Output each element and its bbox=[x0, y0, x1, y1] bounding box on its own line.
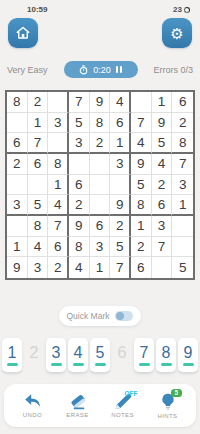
cell-r6c9[interactable]: 1 bbox=[172, 195, 193, 216]
cell-r6c6[interactable]: 9 bbox=[110, 195, 131, 216]
bottom-toolbar: UNDO ERASE OFF NOTES 5 bbox=[4, 384, 196, 427]
numpad-9[interactable]: 9 bbox=[178, 338, 198, 372]
cell-r9c5[interactable]: 1 bbox=[90, 257, 111, 278]
cell-r7c1[interactable] bbox=[7, 216, 28, 237]
quick-mark-switch-icon bbox=[115, 311, 133, 321]
cell-r3c8[interactable]: 5 bbox=[152, 133, 173, 154]
cell-r1c5[interactable]: 9 bbox=[90, 92, 111, 113]
numpad-underline bbox=[183, 363, 194, 366]
cell-r7c6[interactable]: 2 bbox=[110, 216, 131, 237]
numpad-digit: 6 bbox=[118, 345, 127, 361]
numpad-5[interactable]: 5 bbox=[90, 338, 110, 372]
erase-button[interactable]: ERASE bbox=[60, 393, 96, 418]
cell-r4c1[interactable]: 2 bbox=[7, 154, 28, 175]
cell-r6c4[interactable]: 2 bbox=[69, 195, 90, 216]
numpad-underline bbox=[161, 363, 172, 366]
cell-r4c7[interactable]: 9 bbox=[131, 154, 152, 175]
numpad-2: 2 bbox=[24, 338, 44, 372]
cell-r6c3[interactable]: 4 bbox=[48, 195, 69, 216]
cell-r5c9[interactable]: 3 bbox=[172, 175, 193, 196]
cell-r6c2[interactable]: 5 bbox=[28, 195, 49, 216]
cell-r7c3[interactable]: 7 bbox=[48, 216, 69, 237]
cell-r8c1[interactable]: 1 bbox=[7, 237, 28, 258]
cell-r8c2[interactable]: 4 bbox=[28, 237, 49, 258]
undo-icon bbox=[23, 393, 43, 410]
cell-r4c6[interactable]: 3 bbox=[110, 154, 131, 175]
cell-r1c4[interactable]: 7 bbox=[69, 92, 90, 113]
cell-r4c3[interactable]: 8 bbox=[48, 154, 69, 175]
cell-r1c1[interactable]: 8 bbox=[7, 92, 28, 113]
cell-r3c7[interactable]: 4 bbox=[131, 133, 152, 154]
cell-r7c9[interactable] bbox=[172, 216, 193, 237]
numpad-digit: 9 bbox=[184, 345, 193, 361]
numpad-3[interactable]: 3 bbox=[46, 338, 66, 372]
cell-r9c8[interactable] bbox=[152, 257, 173, 278]
numpad-underline bbox=[95, 363, 106, 366]
cell-r4c5[interactable] bbox=[90, 154, 111, 175]
home-icon bbox=[15, 25, 31, 41]
cell-r1c8[interactable]: 1 bbox=[152, 92, 173, 113]
stopwatch-icon bbox=[79, 65, 88, 75]
hints-label: HINTS bbox=[158, 413, 178, 419]
info-bar: Very Easy 0:20 Errors 0/3 bbox=[7, 61, 193, 78]
cell-r5c1[interactable] bbox=[7, 175, 28, 196]
cell-r3c6[interactable]: 1 bbox=[110, 133, 131, 154]
numpad-7[interactable]: 7 bbox=[134, 338, 154, 372]
cell-r2c7[interactable]: 7 bbox=[131, 113, 152, 134]
difficulty-label: Very Easy bbox=[7, 65, 48, 75]
cell-r7c2[interactable]: 8 bbox=[28, 216, 49, 237]
cell-r6c7[interactable]: 8 bbox=[131, 195, 152, 216]
numpad-digit: 8 bbox=[162, 345, 171, 361]
gear-icon: ⚙ bbox=[170, 26, 183, 41]
undo-label: UNDO bbox=[23, 412, 42, 418]
cell-r2c6[interactable]: 6 bbox=[110, 113, 131, 134]
cell-r7c4[interactable]: 9 bbox=[69, 216, 90, 237]
timer-pause-button[interactable]: 0:20 bbox=[64, 61, 138, 78]
hints-count-badge: 5 bbox=[171, 389, 182, 398]
status-circle-icon bbox=[184, 7, 190, 13]
cell-r1c9[interactable]: 6 bbox=[172, 92, 193, 113]
numpad-digit: 5 bbox=[96, 345, 105, 361]
settings-button[interactable]: ⚙ bbox=[162, 18, 192, 48]
cell-r3c2[interactable]: 7 bbox=[28, 133, 49, 154]
status-right-value: 23 bbox=[173, 5, 182, 14]
cell-r7c5[interactable]: 6 bbox=[90, 216, 111, 237]
cell-r5c8[interactable]: 2 bbox=[152, 175, 173, 196]
cell-r4c2[interactable]: 6 bbox=[28, 154, 49, 175]
pause-icon bbox=[116, 66, 122, 73]
cell-r2c1[interactable] bbox=[7, 113, 28, 134]
cell-r3c1[interactable]: 6 bbox=[7, 133, 28, 154]
cell-r9c2[interactable]: 3 bbox=[28, 257, 49, 278]
cell-r6c5[interactable] bbox=[90, 195, 111, 216]
quick-mark-label: Quick Mark bbox=[67, 311, 110, 321]
numpad-digit: 2 bbox=[30, 345, 39, 361]
number-pad: 123456789 bbox=[2, 338, 198, 372]
cell-r3c5[interactable]: 2 bbox=[90, 133, 111, 154]
cell-r6c8[interactable]: 6 bbox=[152, 195, 173, 216]
eraser-icon bbox=[68, 393, 88, 410]
cell-r3c3[interactable] bbox=[48, 133, 69, 154]
undo-button[interactable]: UNDO bbox=[15, 393, 51, 418]
numpad-digit: 1 bbox=[8, 345, 17, 361]
numpad-digit: 7 bbox=[140, 345, 149, 361]
cell-r8c7[interactable]: 2 bbox=[131, 237, 152, 258]
cell-r2c9[interactable]: 2 bbox=[172, 113, 193, 134]
errors-counter: Errors 0/3 bbox=[153, 65, 193, 75]
cell-r7c7[interactable]: 1 bbox=[131, 216, 152, 237]
cell-r2c5[interactable]: 8 bbox=[90, 113, 111, 134]
cell-r1c6[interactable]: 4 bbox=[110, 92, 131, 113]
timer-value: 0:20 bbox=[93, 65, 111, 75]
sudoku-board: 8279416135867926732145826839471652335429… bbox=[5, 90, 195, 280]
hints-button[interactable]: 5 HINTS bbox=[150, 393, 186, 419]
cell-r2c3[interactable]: 3 bbox=[48, 113, 69, 134]
cell-r3c9[interactable]: 8 bbox=[172, 133, 193, 154]
notes-button[interactable]: OFF NOTES bbox=[105, 393, 141, 418]
cell-r1c7[interactable] bbox=[131, 92, 152, 113]
cell-r9c1[interactable]: 9 bbox=[7, 257, 28, 278]
notes-label: NOTES bbox=[111, 412, 134, 418]
cell-r9c4[interactable]: 4 bbox=[69, 257, 90, 278]
clock-text: 10:59 bbox=[27, 5, 47, 14]
cell-r8c5[interactable]: 3 bbox=[90, 237, 111, 258]
numpad-underline bbox=[7, 363, 18, 366]
numpad-6: 6 bbox=[112, 338, 132, 372]
cell-r4c4[interactable] bbox=[69, 154, 90, 175]
numpad-1[interactable]: 1 bbox=[2, 338, 22, 372]
cell-r2c2[interactable]: 1 bbox=[28, 113, 49, 134]
cell-r9c7[interactable]: 6 bbox=[131, 257, 152, 278]
cell-r9c9[interactable]: 5 bbox=[172, 257, 193, 278]
home-button[interactable] bbox=[8, 18, 38, 48]
cell-r7c8[interactable]: 3 bbox=[152, 216, 173, 237]
cell-r5c4[interactable]: 6 bbox=[69, 175, 90, 196]
cell-r9c6[interactable]: 7 bbox=[110, 257, 131, 278]
numpad-underline bbox=[139, 363, 150, 366]
cell-r5c7[interactable]: 5 bbox=[131, 175, 152, 196]
cell-r4c9[interactable]: 7 bbox=[172, 154, 193, 175]
numpad-8[interactable]: 8 bbox=[156, 338, 176, 372]
cell-r5c2[interactable] bbox=[28, 175, 49, 196]
header: ⚙ bbox=[8, 18, 192, 48]
cell-r8c9[interactable] bbox=[172, 237, 193, 258]
numpad-underline bbox=[73, 363, 84, 366]
cell-r6c1[interactable]: 3 bbox=[7, 195, 28, 216]
numpad-underline bbox=[51, 363, 62, 366]
cell-r5c6[interactable] bbox=[110, 175, 131, 196]
cell-r8c6[interactable]: 5 bbox=[110, 237, 131, 258]
notes-off-badge: OFF bbox=[125, 390, 138, 397]
numpad-4[interactable]: 4 bbox=[68, 338, 88, 372]
cell-r5c5[interactable] bbox=[90, 175, 111, 196]
status-bar: 10:59 23 bbox=[0, 0, 200, 14]
numpad-digit: 3 bbox=[52, 345, 61, 361]
erase-label: ERASE bbox=[66, 412, 88, 418]
cell-r4c8[interactable]: 4 bbox=[152, 154, 173, 175]
cell-r8c3[interactable]: 6 bbox=[48, 237, 69, 258]
cell-r3c4[interactable]: 3 bbox=[69, 133, 90, 154]
cell-r1c2[interactable]: 2 bbox=[28, 92, 49, 113]
cell-r5c3[interactable]: 1 bbox=[48, 175, 69, 196]
quick-mark-toggle[interactable]: Quick Mark bbox=[59, 306, 142, 326]
cell-r8c4[interactable]: 8 bbox=[69, 237, 90, 258]
cell-r2c4[interactable]: 5 bbox=[69, 113, 90, 134]
cell-r2c8[interactable]: 9 bbox=[152, 113, 173, 134]
cell-r9c3[interactable]: 2 bbox=[48, 257, 69, 278]
numpad-digit: 4 bbox=[74, 345, 83, 361]
cell-r8c8[interactable]: 7 bbox=[152, 237, 173, 258]
cell-r1c3[interactable] bbox=[48, 92, 69, 113]
